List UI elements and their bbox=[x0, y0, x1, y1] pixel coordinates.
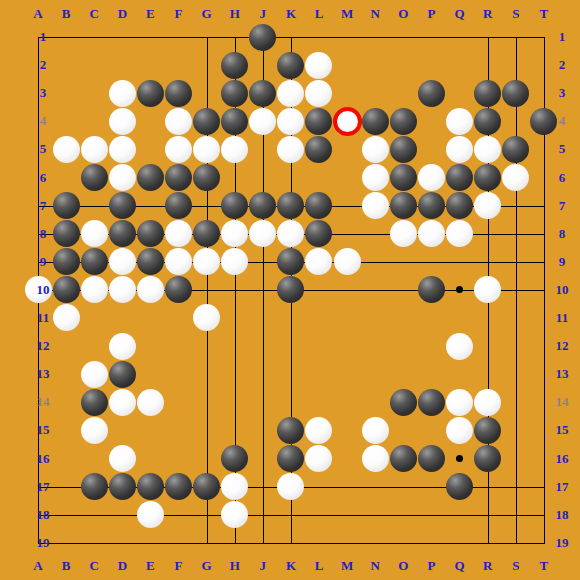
black-stone bbox=[418, 80, 445, 107]
black-stone bbox=[137, 248, 164, 275]
white-stone bbox=[305, 445, 332, 472]
white-stone bbox=[474, 192, 501, 219]
column-label-top: S bbox=[512, 6, 519, 22]
row-label-left: 12 bbox=[37, 338, 50, 354]
black-stone bbox=[81, 164, 108, 191]
black-stone bbox=[221, 445, 248, 472]
white-stone bbox=[221, 136, 248, 163]
white-stone bbox=[81, 220, 108, 247]
black-stone bbox=[137, 473, 164, 500]
white-stone bbox=[362, 445, 389, 472]
black-stone bbox=[390, 164, 417, 191]
white-stone bbox=[362, 192, 389, 219]
white-stone bbox=[165, 220, 192, 247]
black-stone bbox=[137, 164, 164, 191]
row-label-right: 8 bbox=[559, 226, 566, 242]
go-board[interactable]: AABBCCDDEEFFGGHHJJKKLLMMNNOOPPQQRRSSTT11… bbox=[0, 0, 580, 580]
column-label-bottom: K bbox=[286, 558, 296, 574]
row-label-left: 17 bbox=[37, 479, 50, 495]
row-label-left: 5 bbox=[40, 141, 47, 157]
white-stone bbox=[418, 220, 445, 247]
black-stone bbox=[193, 220, 220, 247]
white-stone bbox=[249, 220, 276, 247]
row-label-right: 15 bbox=[556, 422, 569, 438]
column-label-bottom: O bbox=[398, 558, 408, 574]
row-label-left: 14 bbox=[37, 394, 50, 410]
column-label-top: M bbox=[341, 6, 353, 22]
black-stone bbox=[502, 80, 529, 107]
black-stone bbox=[446, 473, 473, 500]
white-stone bbox=[165, 248, 192, 275]
white-stone bbox=[81, 361, 108, 388]
black-stone bbox=[277, 445, 304, 472]
black-stone bbox=[81, 473, 108, 500]
black-stone bbox=[109, 473, 136, 500]
white-stone bbox=[193, 248, 220, 275]
row-label-left: 11 bbox=[37, 310, 49, 326]
white-stone bbox=[277, 473, 304, 500]
row-label-right: 11 bbox=[556, 310, 568, 326]
column-label-bottom: B bbox=[62, 558, 71, 574]
black-stone bbox=[81, 248, 108, 275]
row-label-right: 19 bbox=[556, 535, 569, 551]
white-stone bbox=[221, 501, 248, 528]
black-stone bbox=[474, 164, 501, 191]
row-label-right: 1 bbox=[559, 29, 566, 45]
row-label-left: 3 bbox=[40, 85, 47, 101]
black-stone bbox=[249, 24, 276, 51]
white-stone bbox=[221, 473, 248, 500]
black-stone bbox=[165, 192, 192, 219]
black-stone bbox=[221, 108, 248, 135]
row-label-left: 18 bbox=[37, 507, 50, 523]
black-stone bbox=[277, 192, 304, 219]
column-label-bottom: M bbox=[341, 558, 353, 574]
column-label-top: E bbox=[146, 6, 155, 22]
white-stone bbox=[277, 80, 304, 107]
white-stone bbox=[109, 389, 136, 416]
white-stone bbox=[109, 136, 136, 163]
column-label-bottom: E bbox=[146, 558, 155, 574]
black-stone bbox=[109, 361, 136, 388]
black-stone bbox=[474, 445, 501, 472]
black-stone bbox=[362, 108, 389, 135]
black-stone bbox=[530, 108, 557, 135]
white-stone bbox=[305, 248, 332, 275]
column-label-bottom: C bbox=[90, 558, 99, 574]
black-stone bbox=[221, 52, 248, 79]
black-stone bbox=[165, 164, 192, 191]
black-stone bbox=[137, 80, 164, 107]
row-label-left: 16 bbox=[37, 451, 50, 467]
row-label-right: 2 bbox=[559, 57, 566, 73]
black-stone bbox=[390, 389, 417, 416]
row-label-right: 12 bbox=[556, 338, 569, 354]
black-stone bbox=[446, 164, 473, 191]
white-stone bbox=[137, 389, 164, 416]
white-stone bbox=[305, 80, 332, 107]
black-stone bbox=[137, 220, 164, 247]
white-stone bbox=[334, 248, 361, 275]
black-stone bbox=[418, 389, 445, 416]
column-label-top: K bbox=[286, 6, 296, 22]
column-label-top: Q bbox=[454, 6, 464, 22]
column-label-bottom: F bbox=[175, 558, 183, 574]
black-stone bbox=[221, 80, 248, 107]
white-stone bbox=[109, 108, 136, 135]
column-label-top: C bbox=[90, 6, 99, 22]
black-stone bbox=[418, 192, 445, 219]
white-stone bbox=[81, 136, 108, 163]
white-stone bbox=[193, 304, 220, 331]
column-label-bottom: N bbox=[371, 558, 380, 574]
column-label-top: L bbox=[315, 6, 324, 22]
black-stone bbox=[193, 164, 220, 191]
white-stone bbox=[81, 276, 108, 303]
white-stone bbox=[53, 136, 80, 163]
white-stone bbox=[474, 136, 501, 163]
white-stone bbox=[446, 108, 473, 135]
black-stone bbox=[277, 248, 304, 275]
row-label-left: 4 bbox=[40, 113, 47, 129]
white-stone bbox=[53, 304, 80, 331]
column-label-top: N bbox=[371, 6, 380, 22]
white-stone bbox=[474, 276, 501, 303]
white-stone bbox=[362, 136, 389, 163]
black-stone bbox=[305, 136, 332, 163]
white-stone bbox=[390, 220, 417, 247]
column-label-top: O bbox=[398, 6, 408, 22]
white-stone bbox=[277, 220, 304, 247]
white-stone bbox=[446, 220, 473, 247]
black-stone bbox=[418, 276, 445, 303]
black-stone bbox=[305, 108, 332, 135]
black-stone bbox=[305, 192, 332, 219]
black-stone bbox=[53, 248, 80, 275]
column-label-top: P bbox=[427, 6, 435, 22]
row-label-right: 3 bbox=[559, 85, 566, 101]
white-stone bbox=[109, 276, 136, 303]
black-stone bbox=[53, 192, 80, 219]
white-stone bbox=[109, 80, 136, 107]
row-label-left: 2 bbox=[40, 57, 47, 73]
white-stone bbox=[277, 136, 304, 163]
white-stone bbox=[109, 164, 136, 191]
black-stone bbox=[53, 276, 80, 303]
row-label-left: 19 bbox=[37, 535, 50, 551]
black-stone bbox=[109, 192, 136, 219]
white-stone bbox=[165, 136, 192, 163]
black-stone bbox=[474, 80, 501, 107]
last-move-stone bbox=[333, 107, 362, 136]
row-label-left: 7 bbox=[40, 198, 47, 214]
column-label-bottom: D bbox=[118, 558, 127, 574]
white-stone bbox=[305, 417, 332, 444]
column-label-bottom: S bbox=[512, 558, 519, 574]
black-stone bbox=[502, 136, 529, 163]
white-stone bbox=[277, 108, 304, 135]
white-stone bbox=[418, 164, 445, 191]
black-stone bbox=[390, 192, 417, 219]
white-stone bbox=[109, 248, 136, 275]
row-label-right: 7 bbox=[559, 198, 566, 214]
column-label-bottom: T bbox=[540, 558, 549, 574]
white-stone bbox=[81, 417, 108, 444]
row-label-right: 5 bbox=[559, 141, 566, 157]
column-label-top: B bbox=[62, 6, 71, 22]
row-label-left: 8 bbox=[40, 226, 47, 242]
black-stone bbox=[390, 136, 417, 163]
white-stone bbox=[446, 417, 473, 444]
row-label-right: 18 bbox=[556, 507, 569, 523]
black-stone bbox=[165, 80, 192, 107]
black-stone bbox=[81, 389, 108, 416]
black-stone bbox=[474, 108, 501, 135]
column-label-top: G bbox=[202, 6, 212, 22]
black-stone bbox=[249, 80, 276, 107]
row-label-left: 6 bbox=[40, 170, 47, 186]
black-stone bbox=[418, 445, 445, 472]
black-stone bbox=[277, 417, 304, 444]
column-label-bottom: H bbox=[230, 558, 240, 574]
column-label-bottom: L bbox=[315, 558, 324, 574]
white-stone bbox=[502, 164, 529, 191]
row-label-left: 13 bbox=[37, 366, 50, 382]
black-stone bbox=[390, 108, 417, 135]
white-stone bbox=[221, 220, 248, 247]
column-label-bottom: R bbox=[483, 558, 492, 574]
black-stone bbox=[193, 473, 220, 500]
column-label-bottom: P bbox=[427, 558, 435, 574]
column-label-bottom: A bbox=[33, 558, 42, 574]
board-grid[interactable] bbox=[24, 23, 558, 557]
white-stone bbox=[446, 333, 473, 360]
black-stone bbox=[249, 192, 276, 219]
column-label-bottom: G bbox=[202, 558, 212, 574]
black-stone bbox=[221, 192, 248, 219]
black-stone bbox=[277, 276, 304, 303]
white-stone bbox=[446, 136, 473, 163]
row-label-left: 15 bbox=[37, 422, 50, 438]
white-stone bbox=[362, 164, 389, 191]
column-label-top: F bbox=[175, 6, 183, 22]
white-stone bbox=[109, 445, 136, 472]
row-label-right: 6 bbox=[559, 170, 566, 186]
column-label-top: J bbox=[260, 6, 267, 22]
white-stone bbox=[137, 276, 164, 303]
row-label-left: 1 bbox=[40, 29, 47, 45]
white-stone bbox=[362, 417, 389, 444]
row-label-right: 13 bbox=[556, 366, 569, 382]
black-stone bbox=[165, 473, 192, 500]
black-stone bbox=[474, 417, 501, 444]
row-label-right: 17 bbox=[556, 479, 569, 495]
white-stone bbox=[165, 108, 192, 135]
row-label-right: 14 bbox=[556, 394, 569, 410]
white-stone bbox=[249, 108, 276, 135]
column-label-top: T bbox=[540, 6, 549, 22]
white-stone bbox=[305, 52, 332, 79]
black-stone bbox=[305, 220, 332, 247]
black-stone bbox=[193, 108, 220, 135]
column-label-bottom: J bbox=[260, 558, 267, 574]
column-label-top: A bbox=[33, 6, 42, 22]
column-label-bottom: Q bbox=[454, 558, 464, 574]
black-stone bbox=[277, 52, 304, 79]
black-stone bbox=[390, 445, 417, 472]
black-stone bbox=[446, 192, 473, 219]
white-stone bbox=[221, 248, 248, 275]
column-label-top: D bbox=[118, 6, 127, 22]
row-label-left: 10 bbox=[37, 282, 50, 298]
row-label-right: 4 bbox=[559, 113, 566, 129]
row-label-right: 10 bbox=[556, 282, 569, 298]
white-stone bbox=[109, 333, 136, 360]
white-stone bbox=[474, 389, 501, 416]
row-label-right: 9 bbox=[559, 254, 566, 270]
white-stone bbox=[137, 501, 164, 528]
black-stone bbox=[109, 220, 136, 247]
column-label-top: R bbox=[483, 6, 492, 22]
black-stone bbox=[165, 276, 192, 303]
white-stone bbox=[446, 389, 473, 416]
white-stone bbox=[193, 136, 220, 163]
row-label-left: 9 bbox=[40, 254, 47, 270]
row-label-right: 16 bbox=[556, 451, 569, 467]
black-stone bbox=[53, 220, 80, 247]
column-label-top: H bbox=[230, 6, 240, 22]
